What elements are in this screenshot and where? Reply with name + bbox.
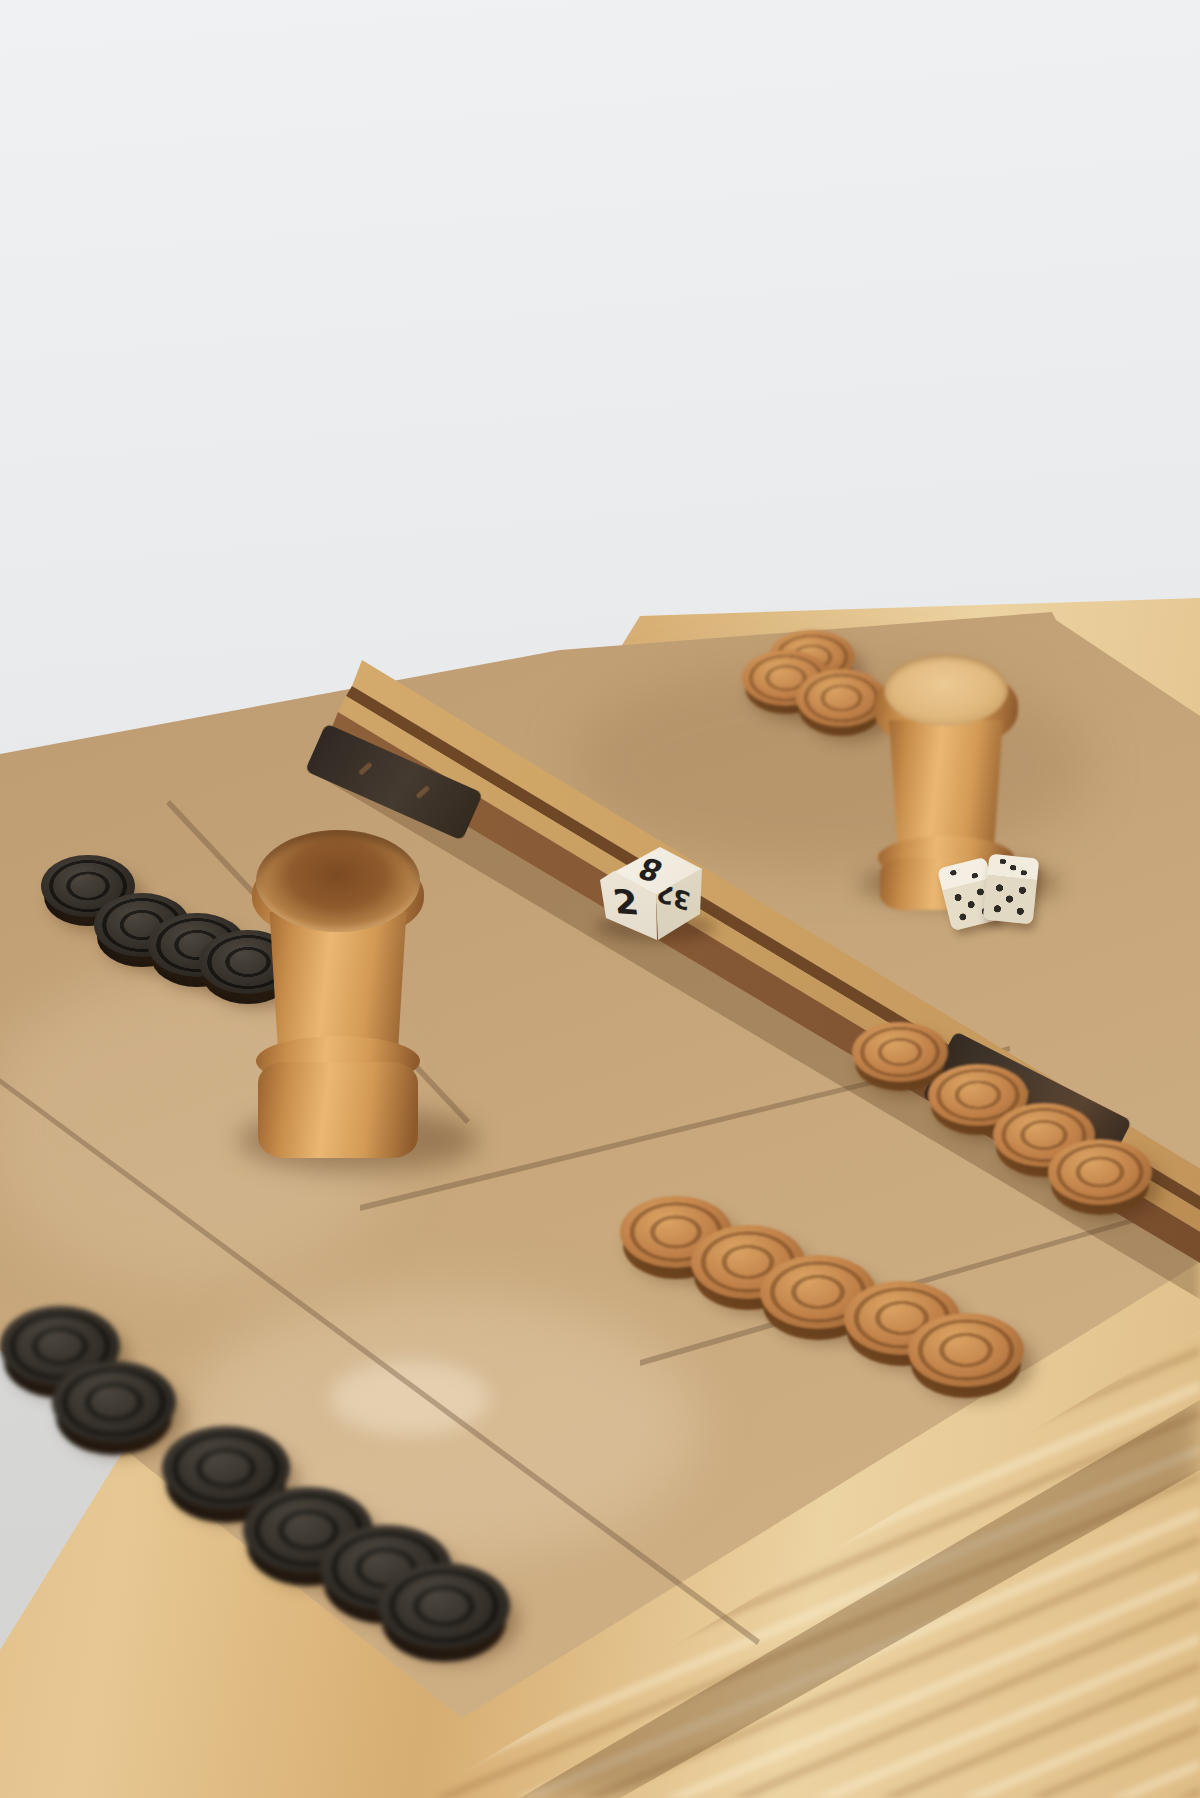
scene: 8 2 32 <box>0 0 1200 1798</box>
die-2[interactable] <box>983 854 1040 925</box>
doubling-cube[interactable]: 8 2 32 <box>596 842 708 946</box>
checker-dark-6[interactable] <box>52 1361 176 1443</box>
cube-top-value: 8 <box>633 851 669 889</box>
checker-light-13[interactable] <box>796 669 886 727</box>
checker-light-22[interactable] <box>908 1313 1024 1387</box>
checker-light-17[interactable] <box>1048 1139 1152 1205</box>
die-2-front-face <box>985 876 1035 923</box>
checker-light-14[interactable] <box>852 1022 948 1082</box>
checker-dark-10[interactable] <box>378 1563 510 1649</box>
left-cup-mouth <box>256 830 420 932</box>
cube-left-value: 2 <box>610 881 641 922</box>
